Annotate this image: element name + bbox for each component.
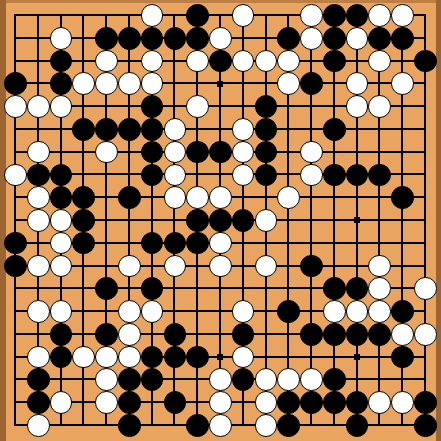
black-stone[interactable] <box>164 232 187 255</box>
white-stone[interactable] <box>346 27 369 50</box>
black-stone[interactable] <box>141 27 164 50</box>
white-stone[interactable] <box>209 414 232 437</box>
white-stone[interactable] <box>391 323 414 346</box>
black-stone[interactable] <box>95 27 118 50</box>
white-stone[interactable] <box>346 72 369 95</box>
white-stone[interactable] <box>50 232 73 255</box>
white-stone[interactable] <box>368 4 391 27</box>
white-stone[interactable] <box>277 368 300 391</box>
white-stone[interactable] <box>232 141 255 164</box>
star-point <box>217 354 223 360</box>
black-stone[interactable] <box>72 118 95 141</box>
black-stone[interactable] <box>4 255 27 278</box>
black-stone[interactable] <box>368 323 391 346</box>
board-edge-top <box>0 0 441 3</box>
white-stone[interactable] <box>391 391 414 414</box>
black-stone[interactable] <box>323 164 346 187</box>
black-stone[interactable] <box>4 72 27 95</box>
black-stone[interactable] <box>277 414 300 437</box>
black-stone[interactable] <box>50 50 73 73</box>
black-stone[interactable] <box>346 323 369 346</box>
white-stone[interactable] <box>118 300 141 323</box>
white-stone[interactable] <box>27 209 50 232</box>
white-stone[interactable] <box>186 95 209 118</box>
black-stone[interactable] <box>391 300 414 323</box>
white-stone[interactable] <box>368 255 391 278</box>
black-stone[interactable] <box>186 27 209 50</box>
black-stone[interactable] <box>95 277 118 300</box>
white-stone[interactable] <box>368 391 391 414</box>
black-stone[interactable] <box>50 323 73 346</box>
black-stone[interactable] <box>300 72 323 95</box>
white-stone[interactable] <box>50 27 73 50</box>
black-stone[interactable] <box>118 391 141 414</box>
screenshot <box>0 0 441 441</box>
black-stone[interactable] <box>141 141 164 164</box>
white-stone[interactable] <box>255 255 278 278</box>
black-stone[interactable] <box>277 300 300 323</box>
white-stone[interactable] <box>72 346 95 369</box>
white-stone[interactable] <box>255 414 278 437</box>
white-stone[interactable] <box>164 255 187 278</box>
white-stone[interactable] <box>4 164 27 187</box>
black-stone[interactable] <box>186 4 209 27</box>
white-stone[interactable] <box>391 72 414 95</box>
white-stone[interactable] <box>186 50 209 73</box>
black-stone[interactable] <box>255 164 278 187</box>
white-stone[interactable] <box>368 50 391 73</box>
white-stone[interactable] <box>27 255 50 278</box>
black-stone[interactable] <box>27 391 50 414</box>
white-stone[interactable] <box>209 186 232 209</box>
black-stone[interactable] <box>4 232 27 255</box>
black-stone[interactable] <box>323 50 346 73</box>
black-stone[interactable] <box>72 209 95 232</box>
star-point <box>217 81 223 87</box>
white-stone[interactable] <box>232 50 255 73</box>
black-stone[interactable] <box>141 368 164 391</box>
black-stone[interactable] <box>391 27 414 50</box>
white-stone[interactable] <box>209 255 232 278</box>
star-point <box>354 354 360 360</box>
black-stone[interactable] <box>141 277 164 300</box>
black-stone[interactable] <box>300 255 323 278</box>
black-stone[interactable] <box>118 186 141 209</box>
white-stone[interactable] <box>255 209 278 232</box>
black-stone[interactable] <box>323 277 346 300</box>
black-stone[interactable] <box>323 118 346 141</box>
white-stone[interactable] <box>95 346 118 369</box>
white-stone[interactable] <box>72 72 95 95</box>
black-stone[interactable] <box>164 346 187 369</box>
white-stone[interactable] <box>141 50 164 73</box>
white-stone[interactable] <box>300 141 323 164</box>
black-stone[interactable] <box>346 391 369 414</box>
black-stone[interactable] <box>72 232 95 255</box>
white-stone[interactable] <box>232 346 255 369</box>
black-stone[interactable] <box>323 4 346 27</box>
white-stone[interactable] <box>277 50 300 73</box>
white-stone[interactable] <box>368 300 391 323</box>
white-stone[interactable] <box>300 4 323 27</box>
white-stone[interactable] <box>141 4 164 27</box>
black-stone[interactable] <box>95 323 118 346</box>
white-stone[interactable] <box>4 95 27 118</box>
black-stone[interactable] <box>141 164 164 187</box>
black-stone[interactable] <box>209 209 232 232</box>
white-stone[interactable] <box>27 414 50 437</box>
black-stone[interactable] <box>50 72 73 95</box>
white-stone[interactable] <box>50 255 73 278</box>
white-stone[interactable] <box>255 50 278 73</box>
white-stone[interactable] <box>414 277 437 300</box>
black-stone[interactable] <box>186 232 209 255</box>
black-stone[interactable] <box>346 4 369 27</box>
black-stone[interactable] <box>50 346 73 369</box>
white-stone[interactable] <box>232 164 255 187</box>
black-stone[interactable] <box>27 164 50 187</box>
black-stone[interactable] <box>27 368 50 391</box>
black-stone[interactable] <box>186 346 209 369</box>
white-stone[interactable] <box>27 95 50 118</box>
white-stone[interactable] <box>50 95 73 118</box>
white-stone[interactable] <box>95 72 118 95</box>
black-stone[interactable] <box>141 232 164 255</box>
white-stone[interactable] <box>27 300 50 323</box>
white-stone[interactable] <box>209 391 232 414</box>
white-stone[interactable] <box>346 95 369 118</box>
black-stone[interactable] <box>323 391 346 414</box>
black-stone[interactable] <box>414 391 437 414</box>
white-stone[interactable] <box>164 186 187 209</box>
black-stone[interactable] <box>255 95 278 118</box>
black-stone[interactable] <box>186 141 209 164</box>
black-stone[interactable] <box>209 141 232 164</box>
black-stone[interactable] <box>209 50 232 73</box>
white-stone[interactable] <box>232 4 255 27</box>
white-stone[interactable] <box>164 164 187 187</box>
black-stone[interactable] <box>323 27 346 50</box>
black-stone[interactable] <box>346 164 369 187</box>
white-stone[interactable] <box>255 391 278 414</box>
white-stone[interactable] <box>368 277 391 300</box>
white-stone[interactable] <box>323 300 346 323</box>
black-stone[interactable] <box>141 118 164 141</box>
white-stone[interactable] <box>368 95 391 118</box>
white-stone[interactable] <box>300 368 323 391</box>
white-stone[interactable] <box>277 186 300 209</box>
black-stone[interactable] <box>391 186 414 209</box>
white-stone[interactable] <box>232 300 255 323</box>
white-stone[interactable] <box>27 186 50 209</box>
white-stone[interactable] <box>255 368 278 391</box>
black-stone[interactable] <box>118 27 141 50</box>
white-stone[interactable] <box>50 300 73 323</box>
board-grid[interactable] <box>4 4 437 437</box>
black-stone[interactable] <box>414 50 437 73</box>
black-stone[interactable] <box>368 164 391 187</box>
black-stone[interactable] <box>164 323 187 346</box>
white-stone[interactable] <box>300 164 323 187</box>
black-stone[interactable] <box>232 209 255 232</box>
white-stone[interactable] <box>414 323 437 346</box>
white-stone[interactable] <box>95 391 118 414</box>
black-stone[interactable] <box>323 323 346 346</box>
black-stone[interactable] <box>346 414 369 437</box>
white-stone[interactable] <box>95 50 118 73</box>
white-stone[interactable] <box>391 4 414 27</box>
black-stone[interactable] <box>164 27 187 50</box>
white-stone[interactable] <box>27 346 50 369</box>
black-stone[interactable] <box>368 27 391 50</box>
white-stone[interactable] <box>118 323 141 346</box>
black-stone[interactable] <box>414 414 437 437</box>
white-stone[interactable] <box>118 72 141 95</box>
white-stone[interactable] <box>186 186 209 209</box>
black-stone[interactable] <box>232 323 255 346</box>
black-stone[interactable] <box>300 323 323 346</box>
white-stone[interactable] <box>118 255 141 278</box>
white-stone[interactable] <box>164 141 187 164</box>
black-stone[interactable] <box>391 346 414 369</box>
black-stone[interactable] <box>232 368 255 391</box>
white-stone[interactable] <box>50 209 73 232</box>
white-stone[interactable] <box>27 141 50 164</box>
black-stone[interactable] <box>118 414 141 437</box>
white-stone[interactable] <box>164 118 187 141</box>
black-stone[interactable] <box>141 346 164 369</box>
white-stone[interactable] <box>209 27 232 50</box>
black-stone[interactable] <box>95 118 118 141</box>
white-stone[interactable] <box>300 27 323 50</box>
black-stone[interactable] <box>255 141 278 164</box>
black-stone[interactable] <box>118 368 141 391</box>
white-stone[interactable] <box>141 300 164 323</box>
white-stone[interactable] <box>95 368 118 391</box>
black-stone[interactable] <box>300 391 323 414</box>
black-stone[interactable] <box>164 391 187 414</box>
black-stone[interactable] <box>277 27 300 50</box>
white-stone[interactable] <box>95 141 118 164</box>
black-stone[interactable] <box>141 95 164 118</box>
black-stone[interactable] <box>186 414 209 437</box>
black-stone[interactable] <box>118 118 141 141</box>
black-stone[interactable] <box>186 209 209 232</box>
white-stone[interactable] <box>232 118 255 141</box>
white-stone[interactable] <box>209 232 232 255</box>
white-stone[interactable] <box>346 300 369 323</box>
black-stone[interactable] <box>277 391 300 414</box>
white-stone[interactable] <box>50 391 73 414</box>
white-stone[interactable] <box>209 368 232 391</box>
black-stone[interactable] <box>346 277 369 300</box>
black-stone[interactable] <box>50 186 73 209</box>
white-stone[interactable] <box>277 72 300 95</box>
black-stone[interactable] <box>50 164 73 187</box>
star-point <box>354 217 360 223</box>
black-stone[interactable] <box>255 118 278 141</box>
black-stone[interactable] <box>323 368 346 391</box>
go-board[interactable] <box>0 0 441 441</box>
white-stone[interactable] <box>141 72 164 95</box>
black-stone[interactable] <box>72 186 95 209</box>
white-stone[interactable] <box>118 346 141 369</box>
